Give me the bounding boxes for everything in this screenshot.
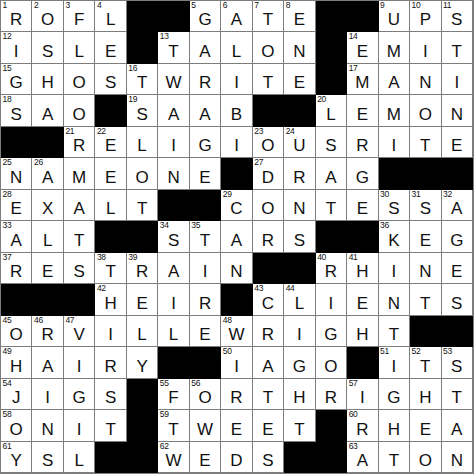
cell-letter: A — [316, 169, 346, 186]
cell-r2c13[interactable]: M — [379, 32, 410, 63]
cell-r12c3[interactable]: I — [64, 347, 95, 378]
cell-r13c12[interactable]: 57I — [347, 379, 378, 410]
cell-r7c9[interactable]: O — [253, 190, 284, 221]
cell-r7c4[interactable]: L — [95, 190, 126, 221]
cell-r13c1[interactable]: 54J — [1, 379, 32, 410]
cell-r9c6[interactable]: A — [158, 253, 189, 284]
clue-number: 52 — [412, 347, 421, 357]
cell-r7c2[interactable]: X — [32, 190, 63, 221]
cell-letter: N — [410, 263, 440, 280]
clue-number: 49 — [3, 347, 12, 357]
cell-r12c1[interactable]: 49H — [1, 347, 32, 378]
cell-letter: N — [158, 169, 188, 186]
cell-r15c14[interactable]: O — [410, 442, 441, 473]
cell-letter: A — [190, 106, 220, 123]
block-r2c11 — [316, 32, 347, 63]
cell-r14c7[interactable]: W — [190, 410, 221, 441]
clue-number: 60 — [349, 410, 358, 420]
cell-r6c10[interactable]: R — [284, 158, 315, 189]
cell-letter: F — [64, 11, 94, 28]
cell-r14c2[interactable]: N — [32, 410, 63, 441]
cell-letter: N — [379, 295, 409, 312]
cell-r2c15[interactable]: T — [442, 32, 473, 63]
cell-letter: E — [347, 295, 377, 312]
cell-r2c6[interactable]: 13T — [158, 32, 189, 63]
cell-r7c3[interactable]: A — [64, 190, 95, 221]
cell-letter: S — [316, 137, 346, 154]
cell-r13c3[interactable]: G — [64, 379, 95, 410]
cell-letter: A — [442, 421, 472, 438]
cell-letter: M — [347, 74, 377, 91]
cell-r14c15[interactable]: A — [442, 410, 473, 441]
cell-r11c12[interactable]: H — [347, 316, 378, 347]
cell-r11c13[interactable]: T — [379, 316, 410, 347]
cell-r15c2[interactable]: S — [32, 442, 63, 473]
cell-letter: U — [379, 11, 409, 28]
cell-r6c2[interactable]: 26A — [32, 158, 63, 189]
clue-number: 50 — [223, 347, 232, 357]
block-r12c12 — [347, 347, 378, 378]
cell-r7c5[interactable]: T — [127, 190, 158, 221]
cell-letter: S — [1, 106, 31, 123]
cell-r13c13[interactable]: G — [379, 379, 410, 410]
cell-letter: E — [347, 43, 377, 60]
cell-letter: A — [158, 106, 188, 123]
cell-r6c7[interactable]: E — [190, 158, 221, 189]
cell-r15c8[interactable]: D — [221, 442, 252, 473]
clue-number: 57 — [349, 379, 358, 389]
block-r15c11 — [316, 442, 347, 473]
cell-r8c8[interactable]: A — [221, 221, 252, 252]
cell-r11c5[interactable]: L — [127, 316, 158, 347]
clue-number: 37 — [3, 253, 12, 263]
cell-r7c8[interactable]: 29C — [221, 190, 252, 221]
cell-r1c4[interactable]: 4L — [95, 1, 126, 32]
cell-r10c10[interactable]: 44L — [284, 284, 315, 315]
cell-r5c3[interactable]: 21R — [64, 127, 95, 158]
cell-letter: O — [253, 43, 283, 60]
cell-r14c8[interactable]: E — [221, 410, 252, 441]
clue-number: 4 — [97, 1, 101, 11]
cell-r4c13[interactable]: M — [379, 95, 410, 126]
cell-letter: L — [127, 326, 157, 343]
block-r2c5 — [127, 32, 158, 63]
cell-letter: U — [284, 137, 314, 154]
cell-letter: T — [253, 74, 283, 91]
cell-letter: E — [410, 421, 440, 438]
cell-r11c3[interactable]: 47V — [64, 316, 95, 347]
block-r8c12 — [347, 221, 378, 252]
cell-letter: N — [284, 200, 314, 217]
cell-r4c1[interactable]: 18S — [1, 95, 32, 126]
cell-letter: A — [32, 358, 62, 375]
cell-r3c10[interactable]: E — [284, 64, 315, 95]
cell-r8c3[interactable]: T — [64, 221, 95, 252]
cell-r7c12[interactable]: E — [347, 190, 378, 221]
cell-r9c7[interactable]: I — [190, 253, 221, 284]
cell-letter: A — [379, 74, 409, 91]
block-r1c6 — [158, 1, 189, 32]
cell-r6c4[interactable]: E — [95, 158, 126, 189]
cell-r5c6[interactable]: I — [158, 127, 189, 158]
cell-letter: H — [284, 389, 314, 406]
cell-r15c13[interactable]: T — [379, 442, 410, 473]
cell-r10c5[interactable]: E — [127, 284, 158, 315]
cell-r13c14[interactable]: H — [410, 379, 441, 410]
cell-r8c10[interactable]: S — [284, 221, 315, 252]
cell-r3c4[interactable]: S — [95, 64, 126, 95]
cell-r13c9[interactable]: T — [253, 379, 284, 410]
cell-r5c9[interactable]: 23O — [253, 127, 284, 158]
clue-number: 19 — [128, 95, 137, 105]
cell-letter: G — [379, 389, 409, 406]
cell-r3c14[interactable]: N — [410, 64, 441, 95]
cell-r14c12[interactable]: 60R — [347, 410, 378, 441]
block-r12c6 — [158, 347, 189, 378]
block-r5c1 — [1, 127, 32, 158]
block-r6c14 — [410, 158, 441, 189]
cell-r3c2[interactable]: H — [32, 64, 63, 95]
block-r9c10 — [284, 253, 315, 284]
clue-number: 38 — [97, 253, 106, 263]
cell-r9c4[interactable]: 38T — [95, 253, 126, 284]
cell-r9c11[interactable]: 40R — [316, 253, 347, 284]
cell-r9c8[interactable]: N — [221, 253, 252, 284]
cell-r5c10[interactable]: 24U — [284, 127, 315, 158]
cell-r10c9[interactable]: 43C — [253, 284, 284, 315]
cell-r2c2[interactable]: S — [32, 32, 63, 63]
cell-letter: O — [253, 137, 283, 154]
cell-r6c11[interactable]: A — [316, 158, 347, 189]
cell-letter: T — [95, 263, 125, 280]
cell-r3c5[interactable]: 16T — [127, 64, 158, 95]
cell-r13c2[interactable]: I — [32, 379, 63, 410]
cell-r1c9[interactable]: 7T — [253, 1, 284, 32]
cell-r2c8[interactable]: L — [221, 32, 252, 63]
cell-r15c3[interactable]: L — [64, 442, 95, 473]
cell-r1c13[interactable]: 9U — [379, 1, 410, 32]
cell-letter: W — [221, 326, 251, 343]
cell-r9c3[interactable]: S — [64, 253, 95, 284]
block-r14c11 — [316, 410, 347, 441]
cell-r6c12[interactable]: G — [347, 158, 378, 189]
cell-r3c3[interactable]: O — [64, 64, 95, 95]
cell-r10c13[interactable]: N — [379, 284, 410, 315]
cell-r9c13[interactable]: I — [379, 253, 410, 284]
cell-r3c7[interactable]: R — [190, 64, 221, 95]
cell-r11c2[interactable]: 46R — [32, 316, 63, 347]
cell-letter: S — [442, 358, 472, 375]
cell-r10c15[interactable]: S — [442, 284, 473, 315]
block-r4c4 — [95, 95, 126, 126]
cell-r12c13[interactable]: 51I — [379, 347, 410, 378]
cell-r4c15[interactable]: N — [442, 95, 473, 126]
cell-letter: T — [127, 74, 157, 91]
clue-number: 31 — [412, 190, 421, 200]
cell-r7c1[interactable]: 28E — [1, 190, 32, 221]
cell-r5c11[interactable]: S — [316, 127, 347, 158]
cell-r12c8[interactable]: 50I — [221, 347, 252, 378]
cell-r15c12[interactable]: 63A — [347, 442, 378, 473]
cell-r14c6[interactable]: 59T — [158, 410, 189, 441]
cell-letter: T — [95, 421, 125, 438]
cell-r2c10[interactable]: N — [284, 32, 315, 63]
cell-r5c12[interactable]: R — [347, 127, 378, 158]
cell-r7c15[interactable]: 32A — [442, 190, 473, 221]
cell-r4c6[interactable]: A — [158, 95, 189, 126]
cell-r1c15[interactable]: 11S — [442, 1, 473, 32]
cell-letter: E — [95, 43, 125, 60]
cell-letter: R — [347, 421, 377, 438]
cell-r14c14[interactable]: E — [410, 410, 441, 441]
cell-letter: R — [190, 74, 220, 91]
cell-r9c2[interactable]: E — [32, 253, 63, 284]
cell-r13c10[interactable]: H — [284, 379, 315, 410]
cell-letter: L — [95, 200, 125, 217]
clue-number: 46 — [34, 316, 43, 326]
cell-r2c9[interactable]: O — [253, 32, 284, 63]
cell-r4c3[interactable]: O — [64, 95, 95, 126]
cell-r4c14[interactable]: O — [410, 95, 441, 126]
cell-r11c7[interactable]: E — [190, 316, 221, 347]
cell-r14c1[interactable]: 58O — [1, 410, 32, 441]
block-r15c10 — [284, 442, 315, 473]
cell-r14c13[interactable]: H — [379, 410, 410, 441]
cell-r15c1[interactable]: 61Y — [1, 442, 32, 473]
cell-r14c9[interactable]: E — [253, 410, 284, 441]
cell-r12c11[interactable]: O — [316, 347, 347, 378]
cell-r11c1[interactable]: 45O — [1, 316, 32, 347]
cell-r1c1[interactable]: 1R — [1, 1, 32, 32]
cell-letter: I — [410, 43, 440, 60]
cell-r9c14[interactable]: N — [410, 253, 441, 284]
cell-r11c9[interactable]: R — [253, 316, 284, 347]
cell-r6c3[interactable]: M — [64, 158, 95, 189]
block-r9c9 — [253, 253, 284, 284]
cell-r7c11[interactable]: T — [316, 190, 347, 221]
cell-letter: G — [316, 326, 346, 343]
cell-letter: V — [64, 326, 94, 343]
cell-r5c15[interactable]: E — [442, 127, 473, 158]
cell-letter: Y — [127, 358, 157, 375]
cell-r10c14[interactable]: T — [410, 284, 441, 315]
cell-letter: O — [410, 106, 440, 123]
clue-number: 1 — [3, 1, 7, 11]
cell-r4c12[interactable]: E — [347, 95, 378, 126]
cell-r8c13[interactable]: 36K — [379, 221, 410, 252]
cell-letter: I — [316, 295, 346, 312]
cell-r13c11[interactable]: R — [316, 379, 347, 410]
cell-r11c6[interactable]: L — [158, 316, 189, 347]
cell-r2c3[interactable]: L — [64, 32, 95, 63]
cell-letter: N — [410, 74, 440, 91]
cell-r8c14[interactable]: E — [410, 221, 441, 252]
cell-r14c10[interactable]: T — [284, 410, 315, 441]
cell-r11c11[interactable]: G — [316, 316, 347, 347]
cell-r5c8[interactable]: I — [221, 127, 252, 158]
cell-letter: E — [253, 421, 283, 438]
cell-letter: R — [95, 358, 125, 375]
cell-letter: G — [190, 11, 220, 28]
cell-r5c7[interactable]: G — [190, 127, 221, 158]
cell-letter: L — [32, 232, 62, 249]
clue-number: 34 — [160, 221, 169, 231]
cell-r10c4[interactable]: 42H — [95, 284, 126, 315]
cell-letter: H — [410, 389, 440, 406]
cell-r4c11[interactable]: 20L — [316, 95, 347, 126]
clue-number: 12 — [3, 32, 12, 42]
cell-r6c6[interactable]: N — [158, 158, 189, 189]
cell-letter: I — [442, 74, 472, 91]
cell-letter: R — [316, 263, 346, 280]
cell-r2c12[interactable]: 14E — [347, 32, 378, 63]
cell-letter: R — [32, 326, 62, 343]
cell-r12c10[interactable]: G — [284, 347, 315, 378]
cell-r9c5[interactable]: 39R — [127, 253, 158, 284]
cell-letter: M — [379, 106, 409, 123]
cell-r2c4[interactable]: E — [95, 32, 126, 63]
cell-r11c4[interactable]: I — [95, 316, 126, 347]
cell-r5c5[interactable]: L — [127, 127, 158, 158]
clue-number: 29 — [223, 190, 232, 200]
cell-r9c1[interactable]: 37R — [1, 253, 32, 284]
cell-r15c15[interactable]: N — [442, 442, 473, 473]
cell-r2c1[interactable]: 12I — [1, 32, 32, 63]
cell-letter: G — [64, 389, 94, 406]
cell-letter: G — [442, 232, 472, 249]
clue-number: 35 — [191, 221, 200, 231]
cell-r13c8[interactable]: R — [221, 379, 252, 410]
cell-letter: I — [32, 389, 62, 406]
cell-r12c14[interactable]: 52T — [410, 347, 441, 378]
cell-letter: T — [190, 232, 220, 249]
clue-number: 45 — [3, 316, 12, 326]
cell-letter: I — [347, 389, 377, 406]
cell-r9c15[interactable]: E — [442, 253, 473, 284]
cell-r3c13[interactable]: A — [379, 64, 410, 95]
cell-r14c4[interactable]: T — [95, 410, 126, 441]
cell-r13c15[interactable]: T — [442, 379, 473, 410]
clue-number: 44 — [286, 284, 295, 294]
cell-r8c1[interactable]: 33A — [1, 221, 32, 252]
clue-number: 48 — [223, 316, 232, 326]
cell-r9c12[interactable]: 41H — [347, 253, 378, 284]
cell-r5c14[interactable]: T — [410, 127, 441, 158]
cell-r1c14[interactable]: 10P — [410, 1, 441, 32]
cell-letter: O — [127, 169, 157, 186]
cell-letter: O — [1, 421, 31, 438]
cell-letter: H — [95, 295, 125, 312]
cell-r1c10[interactable]: 8E — [284, 1, 315, 32]
cell-r7c13[interactable]: 30S — [379, 190, 410, 221]
cell-r11c10[interactable]: I — [284, 316, 315, 347]
cell-r10c6[interactable]: I — [158, 284, 189, 315]
cell-r2c14[interactable]: I — [410, 32, 441, 63]
cell-r3c6[interactable]: W — [158, 64, 189, 95]
cell-r1c7[interactable]: 5G — [190, 1, 221, 32]
clue-number: 56 — [191, 379, 200, 389]
cell-r11c8[interactable]: 48W — [221, 316, 252, 347]
cell-r8c6[interactable]: 34S — [158, 221, 189, 252]
cell-letter: I — [221, 137, 251, 154]
cell-r3c1[interactable]: 15G — [1, 64, 32, 95]
cell-r3c9[interactable]: T — [253, 64, 284, 95]
cell-r12c9[interactable]: A — [253, 347, 284, 378]
cell-r1c8[interactable]: 6A — [221, 1, 252, 32]
cell-r13c4[interactable]: S — [95, 379, 126, 410]
cell-letter: E — [284, 74, 314, 91]
cell-letter: A — [64, 200, 94, 217]
cell-letter: C — [221, 200, 251, 217]
clue-number: 9 — [380, 1, 384, 11]
cell-letter: E — [32, 263, 62, 280]
cell-letter: I — [64, 358, 94, 375]
cell-r4c8[interactable]: B — [221, 95, 252, 126]
cell-r8c2[interactable]: L — [32, 221, 63, 252]
cell-r15c6[interactable]: 62W — [158, 442, 189, 473]
cell-r3c15[interactable]: I — [442, 64, 473, 95]
cell-r14c3[interactable]: I — [64, 410, 95, 441]
cell-r12c2[interactable]: A — [32, 347, 63, 378]
cell-letter: E — [442, 263, 472, 280]
cell-r4c5[interactable]: 19S — [127, 95, 158, 126]
clue-number: 10 — [412, 1, 421, 11]
cell-r4c7[interactable]: A — [190, 95, 221, 126]
cell-r10c11[interactable]: I — [316, 284, 347, 315]
cell-r1c2[interactable]: 2O — [32, 1, 63, 32]
clue-number: 14 — [349, 32, 358, 42]
cell-r5c4[interactable]: 22E — [95, 127, 126, 158]
cell-r3c8[interactable]: I — [221, 64, 252, 95]
cell-r6c1[interactable]: 25N — [1, 158, 32, 189]
cell-r12c5[interactable]: Y — [127, 347, 158, 378]
cell-letter: A — [158, 263, 188, 280]
cell-r12c4[interactable]: R — [95, 347, 126, 378]
cell-letter: I — [1, 43, 31, 60]
cell-r1c3[interactable]: 3F — [64, 1, 95, 32]
cell-letter: T — [158, 43, 188, 60]
cell-letter: T — [253, 389, 283, 406]
cell-letter: X — [32, 200, 62, 217]
cell-r13c7[interactable]: 56O — [190, 379, 221, 410]
cell-r8c9[interactable]: R — [253, 221, 284, 252]
cell-r3c12[interactable]: 17M — [347, 64, 378, 95]
cell-letter: N — [221, 263, 251, 280]
cell-letter: T — [316, 200, 346, 217]
cell-letter: I — [158, 137, 188, 154]
cell-r7c14[interactable]: 31S — [410, 190, 441, 221]
cell-r2c7[interactable]: A — [190, 32, 221, 63]
cell-r5c13[interactable]: I — [379, 127, 410, 158]
clue-number: 8 — [286, 1, 290, 11]
cell-letter: L — [64, 43, 94, 60]
cell-r8c7[interactable]: 35T — [190, 221, 221, 252]
cell-r6c5[interactable]: O — [127, 158, 158, 189]
cell-r10c12[interactable]: E — [347, 284, 378, 315]
clue-number: 54 — [3, 379, 12, 389]
cell-r13c6[interactable]: 55F — [158, 379, 189, 410]
cell-r15c9[interactable]: S — [253, 442, 284, 473]
cell-r6c9[interactable]: 27D — [253, 158, 284, 189]
cell-r7c10[interactable]: N — [284, 190, 315, 221]
cell-r15c7[interactable]: E — [190, 442, 221, 473]
cell-r4c2[interactable]: A — [32, 95, 63, 126]
cell-letter: R — [316, 389, 346, 406]
cell-r12c15[interactable]: 53S — [442, 347, 473, 378]
cell-r8c15[interactable]: G — [442, 221, 473, 252]
cell-r10c7[interactable]: R — [190, 284, 221, 315]
cell-letter: E — [284, 11, 314, 28]
